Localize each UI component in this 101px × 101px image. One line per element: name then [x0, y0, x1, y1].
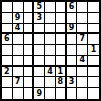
sudoku-cell[interactable] — [88, 34, 99, 45]
sudoku-cell-given: 4 — [45, 67, 56, 78]
sudoku-cell[interactable] — [2, 56, 13, 67]
sudoku-cell-given: 7 — [77, 34, 88, 45]
sudoku-cell[interactable] — [77, 67, 88, 78]
sudoku-cell[interactable] — [45, 56, 56, 67]
sudoku-cell-given: 3 — [34, 13, 45, 24]
sudoku-cell-given: 1 — [88, 45, 99, 56]
sudoku-cell[interactable] — [88, 67, 99, 78]
sudoku-cell-given: 4 — [77, 56, 88, 67]
sudoku-cell[interactable] — [67, 56, 78, 67]
sudoku-cell[interactable] — [67, 88, 78, 99]
sudoku-cell[interactable] — [24, 45, 35, 56]
sudoku-cell[interactable] — [45, 34, 56, 45]
sudoku-cell[interactable] — [34, 34, 45, 45]
sudoku-cell[interactable] — [56, 34, 67, 45]
sudoku-cell[interactable] — [2, 77, 13, 88]
sudoku-cell[interactable] — [56, 13, 67, 24]
sudoku-cell[interactable] — [56, 45, 67, 56]
sudoku-cell[interactable] — [77, 2, 88, 13]
sudoku-cell[interactable] — [24, 56, 35, 67]
sudoku-cell[interactable] — [24, 67, 35, 78]
sudoku-cell-given: 3 — [67, 77, 78, 88]
sudoku-cell[interactable] — [77, 24, 88, 35]
sudoku-cell-given: 1 — [56, 67, 67, 78]
sudoku-cell[interactable] — [67, 67, 78, 78]
sudoku-cell[interactable] — [88, 24, 99, 35]
sudoku-cell[interactable] — [34, 67, 45, 78]
sudoku-cell[interactable] — [56, 2, 67, 13]
sudoku-cell[interactable] — [34, 56, 45, 67]
sudoku-cell-given: 8 — [56, 77, 67, 88]
sudoku-board: 56934967142417839 — [0, 0, 101, 101]
sudoku-cell[interactable] — [13, 56, 24, 67]
sudoku-cell[interactable] — [88, 56, 99, 67]
sudoku-cell[interactable] — [56, 24, 67, 35]
sudoku-cell[interactable] — [34, 45, 45, 56]
sudoku-cell-given: 6 — [2, 34, 13, 45]
sudoku-cell[interactable] — [88, 77, 99, 88]
sudoku-cell[interactable] — [77, 13, 88, 24]
sudoku-cell[interactable] — [34, 24, 45, 35]
sudoku-cell[interactable] — [13, 45, 24, 56]
sudoku-cell[interactable] — [2, 45, 13, 56]
sudoku-cell[interactable] — [13, 34, 24, 45]
sudoku-cell[interactable] — [88, 13, 99, 24]
sudoku-cell[interactable] — [45, 24, 56, 35]
sudoku-cell[interactable] — [77, 88, 88, 99]
sudoku-cell-given: 5 — [34, 2, 45, 13]
sudoku-cell[interactable] — [24, 2, 35, 13]
sudoku-cell[interactable] — [67, 45, 78, 56]
sudoku-cell-given: 9 — [67, 24, 78, 35]
sudoku-cell[interactable] — [24, 34, 35, 45]
sudoku-cell[interactable] — [45, 2, 56, 13]
sudoku-cell-given: 7 — [13, 77, 24, 88]
sudoku-cell[interactable] — [24, 24, 35, 35]
sudoku-cell[interactable] — [45, 77, 56, 88]
sudoku-cell[interactable] — [77, 77, 88, 88]
sudoku-cell-given: 9 — [34, 88, 45, 99]
sudoku-cell[interactable] — [88, 2, 99, 13]
sudoku-cell[interactable] — [45, 13, 56, 24]
sudoku-cell[interactable] — [13, 67, 24, 78]
sudoku-cell[interactable] — [45, 88, 56, 99]
sudoku-cell[interactable] — [67, 13, 78, 24]
sudoku-cell[interactable] — [45, 45, 56, 56]
sudoku-cell-given: 2 — [2, 67, 13, 78]
sudoku-cell-given — [88, 88, 99, 99]
sudoku-cell-given: 6 — [67, 2, 78, 13]
sudoku-cell[interactable] — [2, 24, 13, 35]
sudoku-cell[interactable] — [34, 77, 45, 88]
sudoku-cell[interactable] — [13, 88, 24, 99]
sudoku-cell[interactable] — [2, 2, 13, 13]
sudoku-cell[interactable] — [2, 88, 13, 99]
sudoku-cell[interactable] — [13, 2, 24, 13]
sudoku-cell[interactable] — [24, 13, 35, 24]
sudoku-cell[interactable] — [67, 34, 78, 45]
sudoku-cell[interactable] — [56, 88, 67, 99]
sudoku-cell[interactable] — [77, 45, 88, 56]
sudoku-cell-given: 9 — [13, 13, 24, 24]
sudoku-cell[interactable] — [2, 13, 13, 24]
sudoku-cell[interactable] — [24, 88, 35, 99]
sudoku-cell[interactable] — [24, 77, 35, 88]
sudoku-cell[interactable] — [56, 56, 67, 67]
sudoku-cell-given: 4 — [13, 24, 24, 35]
